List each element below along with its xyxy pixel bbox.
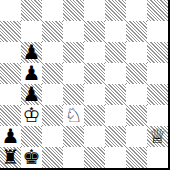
square-h4[interactable]	[147, 84, 168, 105]
square-b8[interactable]	[21, 0, 42, 21]
square-c3[interactable]	[42, 105, 63, 126]
square-f8[interactable]	[105, 0, 126, 21]
square-c4[interactable]	[42, 84, 63, 105]
square-h3[interactable]	[147, 105, 168, 126]
square-a4[interactable]	[0, 84, 21, 105]
square-a7[interactable]	[0, 21, 21, 42]
square-h2[interactable]: ♕	[147, 126, 168, 147]
chess-diagram: ♟♟♟♔♘♟♕♜♚	[0, 0, 172, 172]
piece-black-king: ♚	[23, 147, 41, 168]
square-e7[interactable]	[84, 21, 105, 42]
square-h7[interactable]	[147, 21, 168, 42]
square-b1[interactable]: ♚	[21, 147, 42, 168]
square-b3[interactable]: ♔	[21, 105, 42, 126]
square-b4[interactable]: ♟	[21, 84, 42, 105]
square-h1[interactable]	[147, 147, 168, 168]
square-a2[interactable]: ♟	[0, 126, 21, 147]
chess-board: ♟♟♟♔♘♟♕♜♚	[0, 0, 170, 170]
square-g7[interactable]	[126, 21, 147, 42]
square-e6[interactable]	[84, 42, 105, 63]
square-g5[interactable]	[126, 63, 147, 84]
square-g3[interactable]	[126, 105, 147, 126]
square-d8[interactable]	[63, 0, 84, 21]
square-c8[interactable]	[42, 0, 63, 21]
square-h8[interactable]	[147, 0, 168, 21]
square-a5[interactable]	[0, 63, 21, 84]
square-d1[interactable]	[63, 147, 84, 168]
square-g4[interactable]	[126, 84, 147, 105]
square-b5[interactable]: ♟	[21, 63, 42, 84]
square-c2[interactable]	[42, 126, 63, 147]
square-e1[interactable]	[84, 147, 105, 168]
piece-white-king: ♔	[23, 105, 41, 126]
square-d6[interactable]	[63, 42, 84, 63]
square-b7[interactable]	[21, 21, 42, 42]
square-e5[interactable]	[84, 63, 105, 84]
square-c7[interactable]	[42, 21, 63, 42]
square-g1[interactable]	[126, 147, 147, 168]
square-e8[interactable]	[84, 0, 105, 21]
piece-black-pawn: ♟	[23, 42, 41, 63]
square-f2[interactable]	[105, 126, 126, 147]
piece-black-pawn: ♟	[23, 84, 41, 105]
piece-white-knight: ♘	[65, 105, 83, 126]
square-g6[interactable]	[126, 42, 147, 63]
square-f1[interactable]	[105, 147, 126, 168]
square-c6[interactable]	[42, 42, 63, 63]
square-h6[interactable]	[147, 42, 168, 63]
square-d7[interactable]	[63, 21, 84, 42]
square-g8[interactable]	[126, 0, 147, 21]
square-c5[interactable]	[42, 63, 63, 84]
square-f6[interactable]	[105, 42, 126, 63]
square-a3[interactable]	[0, 105, 21, 126]
square-a6[interactable]	[0, 42, 21, 63]
square-f5[interactable]	[105, 63, 126, 84]
square-a8[interactable]	[0, 0, 21, 21]
piece-black-pawn: ♟	[2, 126, 20, 147]
square-e2[interactable]	[84, 126, 105, 147]
square-h5[interactable]	[147, 63, 168, 84]
square-d4[interactable]	[63, 84, 84, 105]
piece-black-pawn: ♟	[23, 63, 41, 84]
square-d3[interactable]: ♘	[63, 105, 84, 126]
square-c1[interactable]	[42, 147, 63, 168]
piece-black-rook: ♜	[2, 147, 20, 168]
square-b2[interactable]	[21, 126, 42, 147]
square-f3[interactable]	[105, 105, 126, 126]
piece-white-queen: ♕	[149, 126, 167, 147]
square-d2[interactable]	[63, 126, 84, 147]
square-a1[interactable]: ♜	[0, 147, 21, 168]
square-e4[interactable]	[84, 84, 105, 105]
square-g2[interactable]	[126, 126, 147, 147]
square-f4[interactable]	[105, 84, 126, 105]
square-b6[interactable]: ♟	[21, 42, 42, 63]
square-f7[interactable]	[105, 21, 126, 42]
square-d5[interactable]	[63, 63, 84, 84]
square-e3[interactable]	[84, 105, 105, 126]
